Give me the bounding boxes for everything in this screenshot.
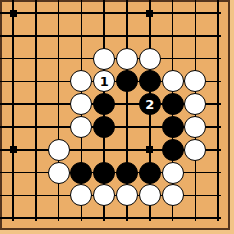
stone-white <box>162 162 184 184</box>
stone-white <box>116 184 138 206</box>
stone-black <box>139 162 161 184</box>
stone-white <box>48 139 70 161</box>
star-point <box>146 146 153 153</box>
stone-black <box>116 162 138 184</box>
stone-white <box>139 48 161 70</box>
stone-white <box>48 162 70 184</box>
stone-white <box>184 93 206 115</box>
star-point <box>10 10 17 17</box>
stone-black <box>70 162 92 184</box>
board-edge-bottom <box>0 217 221 220</box>
stone-white <box>162 70 184 92</box>
stone-white <box>70 116 92 138</box>
star-point <box>10 146 17 153</box>
go-board: 12 <box>0 0 230 230</box>
grid-line-vertical <box>35 0 37 221</box>
stone-black <box>93 162 115 184</box>
stone-black <box>93 116 115 138</box>
stone-white <box>184 139 206 161</box>
stone-white <box>70 184 92 206</box>
stone-black <box>116 70 138 92</box>
grid-line-vertical <box>12 0 14 221</box>
board-edge-right <box>217 0 220 221</box>
stone-white-move-1: 1 <box>93 70 115 92</box>
stone-black <box>162 116 184 138</box>
stone-black <box>162 139 184 161</box>
stone-white <box>116 48 138 70</box>
stone-white <box>184 116 206 138</box>
grid-line-vertical <box>58 0 60 221</box>
grid-line-horizontal <box>0 12 221 14</box>
stone-white <box>93 184 115 206</box>
stone-white <box>93 48 115 70</box>
stone-white <box>162 184 184 206</box>
grid-line-horizontal <box>0 35 221 37</box>
stone-black <box>139 70 161 92</box>
go-diagram: 12 <box>0 0 234 234</box>
stone-white <box>70 70 92 92</box>
stone-black <box>93 93 115 115</box>
stone-white <box>70 93 92 115</box>
stone-white <box>139 184 161 206</box>
star-point <box>146 10 153 17</box>
stone-black-move-2: 2 <box>139 93 161 115</box>
stone-white <box>184 70 206 92</box>
stone-black <box>162 93 184 115</box>
